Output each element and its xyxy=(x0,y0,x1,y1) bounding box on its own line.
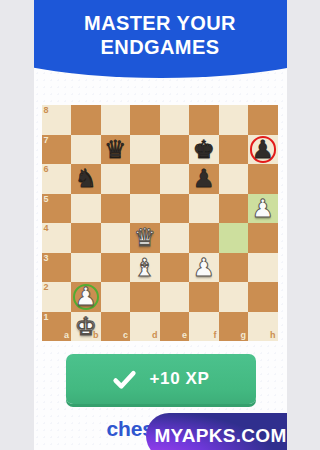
file-label: a xyxy=(64,331,69,340)
square-a1[interactable]: 1a xyxy=(42,312,72,342)
square-c6[interactable] xyxy=(101,164,131,194)
square-g5[interactable] xyxy=(219,194,249,224)
square-c3[interactable] xyxy=(101,253,131,283)
square-g7[interactable] xyxy=(219,135,249,165)
square-f7[interactable]: ♚ xyxy=(189,135,219,165)
square-g1[interactable]: g xyxy=(219,312,249,342)
rank-label: 1 xyxy=(44,313,49,322)
square-a3[interactable]: 3 xyxy=(42,253,72,283)
square-h6[interactable] xyxy=(248,164,278,194)
square-g2[interactable] xyxy=(219,282,249,312)
watermark-badge[interactable]: MYAPKS.COM xyxy=(146,413,287,450)
black-pawn: ♟ xyxy=(252,135,274,165)
square-e1[interactable]: e xyxy=(160,312,190,342)
square-a6[interactable]: 6 xyxy=(42,164,72,194)
rank-label: 8 xyxy=(44,106,49,115)
black-pawn: ♟ xyxy=(193,164,215,194)
square-c7[interactable]: ♛ xyxy=(101,135,131,165)
square-f5[interactable] xyxy=(189,194,219,224)
square-f2[interactable] xyxy=(189,282,219,312)
rank-label: 6 xyxy=(44,165,49,174)
rank-label: 5 xyxy=(44,195,49,204)
xp-button-label: +10 XP xyxy=(150,369,210,389)
banner-line-1: MASTER YOUR xyxy=(34,11,287,35)
square-a2[interactable]: 2 xyxy=(42,282,72,312)
square-c8[interactable] xyxy=(101,105,131,135)
square-b6[interactable]: ♞ xyxy=(71,164,101,194)
file-label: c xyxy=(123,331,128,340)
white-bishop: ♝ xyxy=(134,253,156,283)
black-king: ♚ xyxy=(193,135,215,165)
square-f6[interactable]: ♟ xyxy=(189,164,219,194)
square-d5[interactable] xyxy=(130,194,160,224)
square-h8[interactable] xyxy=(248,105,278,135)
chess-board: 87♛♚♟6♞♟5♟4♛3♝♟2♟1ab♚cdefgh xyxy=(42,105,278,341)
square-b8[interactable] xyxy=(71,105,101,135)
file-label: g xyxy=(241,331,247,340)
banner-title: MASTER YOUR ENDGAMES xyxy=(34,11,287,59)
black-knight: ♞ xyxy=(75,164,97,194)
square-e2[interactable] xyxy=(160,282,190,312)
square-e3[interactable] xyxy=(160,253,190,283)
square-c1[interactable]: c xyxy=(101,312,131,342)
square-e6[interactable] xyxy=(160,164,190,194)
square-d3[interactable]: ♝ xyxy=(130,253,160,283)
square-b3[interactable] xyxy=(71,253,101,283)
square-a5[interactable]: 5 xyxy=(42,194,72,224)
square-b1[interactable]: b♚ xyxy=(71,312,101,342)
square-d4[interactable]: ♛ xyxy=(130,223,160,253)
checkmark-icon xyxy=(112,367,137,392)
square-c2[interactable] xyxy=(101,282,131,312)
rank-label: 3 xyxy=(44,254,49,263)
white-pawn: ♟ xyxy=(252,194,274,224)
square-g6[interactable] xyxy=(219,164,249,194)
square-d6[interactable] xyxy=(130,164,160,194)
white-pawn: ♟ xyxy=(193,253,215,283)
square-e4[interactable] xyxy=(160,223,190,253)
file-label: f xyxy=(214,331,217,340)
square-e8[interactable] xyxy=(160,105,190,135)
square-d8[interactable] xyxy=(130,105,160,135)
square-f4[interactable] xyxy=(189,223,219,253)
square-a8[interactable]: 8 xyxy=(42,105,72,135)
rank-label: 2 xyxy=(44,283,49,292)
square-d7[interactable] xyxy=(130,135,160,165)
square-b2[interactable]: ♟ xyxy=(71,282,101,312)
app-screenshot: MASTER YOUR ENDGAMES 87♛♚♟6♞♟5♟4♛3♝♟2♟1a… xyxy=(34,0,287,450)
square-h2[interactable] xyxy=(248,282,278,312)
file-label: e xyxy=(182,331,187,340)
square-f3[interactable]: ♟ xyxy=(189,253,219,283)
rank-label: 7 xyxy=(44,136,49,145)
file-label: d xyxy=(152,331,158,340)
white-pawn: ♟ xyxy=(75,282,97,312)
square-d1[interactable]: d xyxy=(130,312,160,342)
watermark-text: MYAPKS.COM xyxy=(154,425,286,447)
square-f1[interactable]: f xyxy=(189,312,219,342)
square-c4[interactable] xyxy=(101,223,131,253)
square-e7[interactable] xyxy=(160,135,190,165)
file-label: h xyxy=(270,331,276,340)
square-g4[interactable] xyxy=(219,223,249,253)
xp-button[interactable]: +10 XP xyxy=(66,354,256,404)
white-queen: ♛ xyxy=(134,223,156,253)
square-f8[interactable] xyxy=(189,105,219,135)
square-d2[interactable] xyxy=(130,282,160,312)
white-king: ♚ xyxy=(75,312,97,342)
rank-label: 4 xyxy=(44,224,49,233)
black-queen: ♛ xyxy=(104,135,126,165)
square-b4[interactable] xyxy=(71,223,101,253)
square-a7[interactable]: 7 xyxy=(42,135,72,165)
square-c5[interactable] xyxy=(101,194,131,224)
square-h7[interactable]: ♟ xyxy=(248,135,278,165)
square-b5[interactable] xyxy=(71,194,101,224)
square-a4[interactable]: 4 xyxy=(42,223,72,253)
square-h1[interactable]: h xyxy=(248,312,278,342)
square-e5[interactable] xyxy=(160,194,190,224)
square-h4[interactable] xyxy=(248,223,278,253)
square-g3[interactable] xyxy=(219,253,249,283)
square-h3[interactable] xyxy=(248,253,278,283)
square-h5[interactable]: ♟ xyxy=(248,194,278,224)
square-g8[interactable] xyxy=(219,105,249,135)
banner-line-2: ENDGAMES xyxy=(34,35,287,59)
square-b7[interactable] xyxy=(71,135,101,165)
